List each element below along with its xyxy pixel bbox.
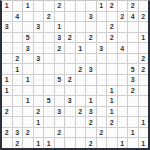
cell-r9c14-empty[interactable] xyxy=(139,86,149,96)
cell-r7c7-empty[interactable] xyxy=(65,64,75,74)
cell-r8c6-clue: 5 xyxy=(55,75,65,85)
cell-r9c11-clue: 1 xyxy=(107,86,117,96)
cell-r13c3-clue: 2 xyxy=(23,128,33,138)
cell-r3c5-empty[interactable] xyxy=(44,22,54,32)
cell-r4c6-clue: 3 xyxy=(55,33,65,43)
cell-r4c7-clue: 2 xyxy=(65,33,75,43)
cell-r11c7-empty[interactable] xyxy=(65,107,75,117)
cell-r7c1-empty[interactable] xyxy=(2,64,12,74)
cell-r12c14-clue: 1 xyxy=(139,117,149,127)
cell-r8c2-empty[interactable] xyxy=(13,75,23,85)
cell-r10c2-empty[interactable] xyxy=(13,96,23,106)
cell-r7c12-empty[interactable] xyxy=(118,64,128,74)
cell-r12c6-empty[interactable] xyxy=(55,117,65,127)
cell-r10c5-clue: 5 xyxy=(44,96,54,106)
cell-r8c14-empty[interactable] xyxy=(139,75,149,85)
cell-r4c13-empty[interactable] xyxy=(128,33,138,43)
cell-r4c11-clue: 2 xyxy=(107,33,117,43)
cell-r2c2-clue: 4 xyxy=(13,12,23,22)
cell-r10c9-clue: 1 xyxy=(86,96,96,106)
cell-r14c11-empty[interactable] xyxy=(107,138,117,148)
cell-r6c7-empty[interactable] xyxy=(65,54,75,64)
cell-r4c1-empty[interactable] xyxy=(2,33,12,43)
cell-r7c13-clue: 5 xyxy=(128,64,138,74)
cell-r7c9-clue: 3 xyxy=(86,64,96,74)
cell-r2c7-empty[interactable] xyxy=(65,12,75,22)
cell-r3c9-empty[interactable] xyxy=(86,22,96,32)
cell-r8c5-empty[interactable] xyxy=(44,75,54,85)
cell-r3c1-clue: 3 xyxy=(2,22,12,32)
cell-r1c9-empty[interactable] xyxy=(86,1,96,11)
cell-r1c1-clue: 1 xyxy=(2,1,12,11)
cell-r12c13-empty[interactable] xyxy=(128,117,138,127)
cell-r13c4-empty[interactable] xyxy=(34,128,44,138)
cell-r8c8-empty[interactable] xyxy=(76,75,86,85)
cell-r2c12-clue: 2 xyxy=(118,12,128,22)
cell-r2c14-clue: 2 xyxy=(139,12,149,22)
cell-r6c8-empty[interactable] xyxy=(76,54,86,64)
cell-r1c2-empty[interactable] xyxy=(13,1,23,11)
cell-r3c4-clue: 3 xyxy=(34,22,44,32)
cell-r2c8-empty[interactable] xyxy=(76,12,86,22)
cell-r6c10-empty[interactable] xyxy=(97,54,107,64)
cell-r12c5-empty[interactable] xyxy=(44,117,54,127)
cell-r10c6-empty[interactable] xyxy=(55,96,65,106)
cell-r8c1-clue: 1 xyxy=(2,75,12,85)
cell-r7c14-clue: 2 xyxy=(139,64,149,74)
cell-r5c11-empty[interactable] xyxy=(107,43,117,53)
cell-r5c12-clue: 4 xyxy=(118,43,128,53)
cell-r9c7-empty[interactable] xyxy=(65,86,75,96)
cell-r1c6-clue: 2 xyxy=(55,1,65,11)
cell-r10c14-empty[interactable] xyxy=(139,96,149,106)
cell-r6c2-clue: 2 xyxy=(13,54,23,64)
cell-r12c9-clue: 2 xyxy=(86,117,96,127)
cell-r10c4-empty[interactable] xyxy=(34,96,44,106)
cell-r11c3-empty[interactable] xyxy=(23,107,33,117)
cell-r2c3-empty[interactable] xyxy=(23,12,33,22)
cell-r12c4-clue: 1 xyxy=(34,117,44,127)
cell-r13c12-empty[interactable] xyxy=(118,128,128,138)
cell-r14c12-clue: 1 xyxy=(118,138,128,148)
cell-r9c5-empty[interactable] xyxy=(44,86,54,96)
cell-r5c5-empty[interactable] xyxy=(44,43,54,53)
cell-r1c12-empty[interactable] xyxy=(118,1,128,11)
cell-r14c6-empty[interactable] xyxy=(55,138,65,148)
cell-r8c3-clue: 1 xyxy=(23,75,33,85)
cell-r2c9-clue: 3 xyxy=(86,12,96,22)
cell-r9c2-empty[interactable] xyxy=(13,86,23,96)
cell-r9c3-empty[interactable] xyxy=(23,86,33,96)
cell-r2c6-empty[interactable] xyxy=(55,12,65,22)
cell-r9c4-empty[interactable] xyxy=(34,86,44,96)
cell-r13c5-empty[interactable] xyxy=(44,128,54,138)
cell-r14c2-clue: 2 xyxy=(13,138,23,148)
cell-r4c5-empty[interactable] xyxy=(44,33,54,43)
cell-r14c7-empty[interactable] xyxy=(65,138,75,148)
cell-r11c1-clue: 2 xyxy=(2,107,12,117)
cell-r1c4-empty[interactable] xyxy=(34,1,44,11)
cell-r2c10-empty[interactable] xyxy=(97,12,107,22)
cell-r4c14-clue: 1 xyxy=(139,33,149,43)
cell-r10c8-empty[interactable] xyxy=(76,96,86,106)
cell-r3c12-empty[interactable] xyxy=(118,22,128,32)
cell-r11c11-clue: 1 xyxy=(107,107,117,117)
cell-r9c10-empty[interactable] xyxy=(97,86,107,96)
cell-r3c8-empty[interactable] xyxy=(76,22,86,32)
cell-r1c13-clue: 2 xyxy=(128,1,138,11)
cell-r13c8-empty[interactable] xyxy=(76,128,86,138)
cell-r7c11-empty[interactable] xyxy=(107,64,117,74)
cell-r12c8-empty[interactable] xyxy=(76,117,86,127)
cell-r7c8-clue: 2 xyxy=(76,64,86,74)
cell-r13c2-clue: 3 xyxy=(13,128,23,138)
cell-r13c13-clue: 1 xyxy=(128,128,138,138)
cell-r11c14-empty[interactable] xyxy=(139,107,149,117)
cell-r6c13-empty[interactable] xyxy=(128,54,138,64)
cell-r3c3-empty[interactable] xyxy=(23,22,33,32)
cell-r1c8-empty[interactable] xyxy=(76,1,86,11)
cell-r2c1-empty[interactable] xyxy=(2,12,12,22)
cell-r12c12-empty[interactable] xyxy=(118,117,128,127)
cell-r9c12-empty[interactable] xyxy=(118,86,128,96)
cell-r5c1-empty[interactable] xyxy=(2,43,12,53)
cell-r14c14-clue: 1 xyxy=(139,138,149,148)
cell-r13c6-clue: 2 xyxy=(55,128,65,138)
cell-r12c11-clue: 2 xyxy=(107,117,117,127)
cell-r11c12-empty[interactable] xyxy=(118,107,128,117)
cell-r14c8-empty[interactable] xyxy=(76,138,86,148)
cell-r14c10-empty[interactable] xyxy=(97,138,107,148)
cell-r11c6-clue: 3 xyxy=(55,107,65,117)
puzzle-board: 1121224232423312532221321342321235211523… xyxy=(0,0,150,150)
cell-r14c13-empty[interactable] xyxy=(128,138,138,148)
cell-r9c13-clue: 2 xyxy=(128,86,138,96)
cell-r9c6-empty[interactable] xyxy=(55,86,65,96)
cell-r8c11-empty[interactable] xyxy=(107,75,117,85)
cell-r10c1-empty[interactable] xyxy=(2,96,12,106)
cell-r12c10-empty[interactable] xyxy=(97,117,107,127)
cell-r11c2-empty[interactable] xyxy=(13,107,23,117)
cell-r8c4-empty[interactable] xyxy=(34,75,44,85)
cell-r6c1-empty[interactable] xyxy=(2,54,12,64)
cell-r12c7-empty[interactable] xyxy=(65,117,75,127)
cell-r5c10-clue: 3 xyxy=(97,43,107,53)
cell-r11c4-clue: 2 xyxy=(34,107,44,117)
cell-r14c9-clue: 2 xyxy=(86,138,96,148)
cell-r4c12-empty[interactable] xyxy=(118,33,128,43)
cell-r7c6-empty[interactable] xyxy=(55,64,65,74)
cell-r5c7-empty[interactable] xyxy=(65,43,75,53)
cell-r5c9-empty[interactable] xyxy=(86,43,96,53)
cell-r11c9-clue: 3 xyxy=(86,107,96,117)
cell-r3c6-clue: 1 xyxy=(55,22,65,32)
cell-r13c10-clue: 2 xyxy=(97,128,107,138)
cell-r11c8-clue: 2 xyxy=(76,107,86,117)
cell-r10c10-empty[interactable] xyxy=(97,96,107,106)
cell-r5c14-empty[interactable] xyxy=(139,43,149,53)
cell-r4c9-clue: 2 xyxy=(86,33,96,43)
cell-r3c2-empty[interactable] xyxy=(13,22,23,32)
cell-r6c6-empty[interactable] xyxy=(55,54,65,64)
cell-r14c5-clue: 1 xyxy=(44,138,54,148)
cell-r4c2-empty[interactable] xyxy=(13,33,23,43)
cell-r5c13-empty[interactable] xyxy=(128,43,138,53)
cell-r14c3-empty[interactable] xyxy=(23,138,33,148)
cell-r12c2-empty[interactable] xyxy=(13,117,23,127)
cell-r10c11-clue: 1 xyxy=(107,96,117,106)
cell-r8c10-empty[interactable] xyxy=(97,75,107,85)
cell-r10c13-empty[interactable] xyxy=(128,96,138,106)
cell-r6c4-clue: 3 xyxy=(34,54,44,64)
cell-r13c14-empty[interactable] xyxy=(139,128,149,138)
cell-r1c11-clue: 2 xyxy=(107,1,117,11)
cell-r6c11-empty[interactable] xyxy=(107,54,117,64)
cell-r1c14-empty[interactable] xyxy=(139,1,149,11)
cell-r6c5-empty[interactable] xyxy=(44,54,54,64)
cell-r14c4-clue: 1 xyxy=(34,138,44,148)
cell-r11c10-empty[interactable] xyxy=(97,107,107,117)
cell-r6c12-empty[interactable] xyxy=(118,54,128,64)
cell-r13c9-empty[interactable] xyxy=(86,128,96,138)
cell-r14c1-empty[interactable] xyxy=(2,138,12,148)
cell-r11c5-empty[interactable] xyxy=(44,107,54,117)
cell-r2c13-clue: 4 xyxy=(128,12,138,22)
cell-r5c8-clue: 1 xyxy=(76,43,86,53)
cell-r4c3-clue: 5 xyxy=(23,33,33,43)
cell-r6c14-clue: 2 xyxy=(139,54,149,64)
cell-r8c7-clue: 2 xyxy=(65,75,75,85)
cell-r5c6-clue: 2 xyxy=(55,43,65,53)
cell-r5c2-empty[interactable] xyxy=(13,43,23,53)
cell-r12c3-empty[interactable] xyxy=(23,117,33,127)
cell-r10c3-clue: 1 xyxy=(23,96,33,106)
cell-r9c9-empty[interactable] xyxy=(86,86,96,96)
cell-r13c7-empty[interactable] xyxy=(65,128,75,138)
cell-r3c10-empty[interactable] xyxy=(97,22,107,32)
cell-r3c11-clue: 2 xyxy=(107,22,117,32)
cell-r8c13-clue: 3 xyxy=(128,75,138,85)
cell-r2c11-empty[interactable] xyxy=(107,12,117,22)
cell-r1c10-clue: 1 xyxy=(97,1,107,11)
cell-r8c9-empty[interactable] xyxy=(86,75,96,85)
cell-r9c1-clue: 1 xyxy=(2,86,12,96)
cell-r7c4-empty[interactable] xyxy=(34,64,44,74)
cell-r6c9-empty[interactable] xyxy=(86,54,96,64)
cell-r12c1-empty[interactable] xyxy=(2,117,12,127)
cell-r4c4-empty[interactable] xyxy=(34,33,44,43)
cell-r4c8-empty[interactable] xyxy=(76,33,86,43)
cell-r6c3-empty[interactable] xyxy=(23,54,33,64)
cell-r3c14-empty[interactable] xyxy=(139,22,149,32)
cell-r10c12-empty[interactable] xyxy=(118,96,128,106)
cell-r9c8-empty[interactable] xyxy=(76,86,86,96)
cell-r7c3-empty[interactable] xyxy=(23,64,33,74)
cell-r13c1-clue: 2 xyxy=(2,128,12,138)
cell-r4c10-empty[interactable] xyxy=(97,33,107,43)
cell-r13c11-empty[interactable] xyxy=(107,128,117,138)
cell-r2c4-empty[interactable] xyxy=(34,12,44,22)
cell-r1c5-empty[interactable] xyxy=(44,1,54,11)
cell-r1c3-clue: 1 xyxy=(23,1,33,11)
cell-r1c7-empty[interactable] xyxy=(65,1,75,11)
cell-r10c7-clue: 3 xyxy=(65,96,75,106)
cell-r3c13-empty[interactable] xyxy=(128,22,138,32)
cell-r7c2-clue: 1 xyxy=(13,64,23,74)
cell-r5c4-empty[interactable] xyxy=(34,43,44,53)
cell-r5c3-clue: 3 xyxy=(23,43,33,53)
cell-r11c13-empty[interactable] xyxy=(128,107,138,117)
cell-r8c12-empty[interactable] xyxy=(118,75,128,85)
cell-r2c5-clue: 2 xyxy=(44,12,54,22)
cell-r7c5-empty[interactable] xyxy=(44,64,54,74)
cell-r3c7-empty[interactable] xyxy=(65,22,75,32)
cell-r7c10-empty[interactable] xyxy=(97,64,107,74)
